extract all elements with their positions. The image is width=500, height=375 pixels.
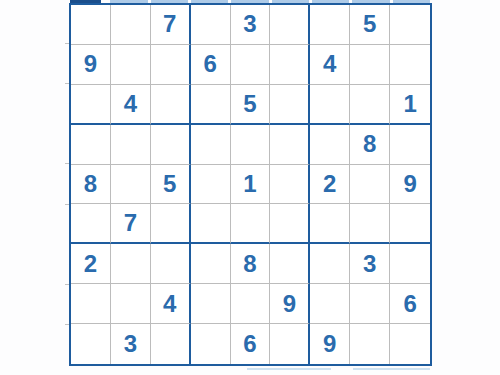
cell-r1c5[interactable]: 3 (231, 5, 271, 45)
cell-r1c3[interactable]: 7 (151, 5, 191, 45)
cell-r7c7[interactable] (310, 244, 350, 284)
cell-r9c5[interactable]: 6 (231, 324, 271, 364)
cell-r2c2[interactable] (111, 45, 151, 85)
cell-r8c1[interactable] (71, 284, 111, 324)
cell-r5c3[interactable]: 5 (151, 165, 191, 205)
cell-r1c7[interactable] (310, 5, 350, 45)
grid-line-tick (65, 83, 69, 84)
cell-r1c1[interactable] (71, 5, 111, 45)
cell-r3c1[interactable] (71, 85, 111, 125)
cell-r6c1[interactable] (71, 204, 111, 244)
cell-r1c8[interactable]: 5 (350, 5, 390, 45)
grid-line-tick (65, 163, 69, 164)
cell-r5c2[interactable] (111, 165, 151, 205)
cell-r2c9[interactable] (390, 45, 430, 85)
cell-r4c9[interactable] (390, 125, 430, 165)
cell-r5c7[interactable]: 2 (310, 165, 350, 205)
cell-r3c2[interactable]: 4 (111, 85, 151, 125)
cell-r7c1[interactable]: 2 (71, 244, 111, 284)
cell-r4c8[interactable]: 8 (350, 125, 390, 165)
cell-r9c3[interactable] (151, 324, 191, 364)
cell-r3c3[interactable] (151, 85, 191, 125)
cell-r4c2[interactable] (111, 125, 151, 165)
cell-r2c7[interactable]: 4 (310, 45, 350, 85)
cell-r7c5[interactable]: 8 (231, 244, 271, 284)
cell-r5c8[interactable] (350, 165, 390, 205)
cell-r8c2[interactable] (111, 284, 151, 324)
cell-r2c3[interactable] (151, 45, 191, 85)
cell-r8c8[interactable] (350, 284, 390, 324)
cell-r6c5[interactable] (231, 204, 271, 244)
cell-r8c5[interactable] (231, 284, 271, 324)
cell-r7c6[interactable] (270, 244, 310, 284)
cell-r6c6[interactable] (270, 204, 310, 244)
cell-r6c7[interactable] (310, 204, 350, 244)
cell-r6c2[interactable]: 7 (111, 204, 151, 244)
cell-r5c5[interactable]: 1 (231, 165, 271, 205)
cell-r9c7[interactable]: 9 (310, 324, 350, 364)
cell-r2c8[interactable] (350, 45, 390, 85)
cell-r8c7[interactable] (310, 284, 350, 324)
grid-line-tick (65, 324, 69, 325)
cutoff-highlight-right (353, 368, 430, 370)
cell-r6c9[interactable] (390, 204, 430, 244)
cell-r6c3[interactable] (151, 204, 191, 244)
cell-r7c4[interactable] (191, 244, 231, 284)
cell-r7c8[interactable]: 3 (350, 244, 390, 284)
cutoff-highlight-left (247, 368, 331, 370)
cell-r2c1[interactable]: 9 (71, 45, 111, 85)
cell-r8c4[interactable] (191, 284, 231, 324)
cell-r3c9[interactable]: 1 (390, 85, 430, 125)
cell-r9c9[interactable] (390, 324, 430, 364)
cell-r1c9[interactable] (390, 5, 430, 45)
sudoku-board: 7359644518851297283496369 (69, 3, 432, 366)
cell-r9c2[interactable]: 3 (111, 324, 151, 364)
cell-r9c1[interactable] (71, 324, 111, 364)
cell-r4c4[interactable] (191, 125, 231, 165)
cell-r5c6[interactable] (270, 165, 310, 205)
cell-r4c1[interactable] (71, 125, 111, 165)
cell-r5c1[interactable]: 8 (71, 165, 111, 205)
cell-r3c5[interactable]: 5 (231, 85, 271, 125)
cell-r8c9[interactable]: 6 (390, 284, 430, 324)
cell-r5c9[interactable]: 9 (390, 165, 430, 205)
cell-r2c4[interactable]: 6 (191, 45, 231, 85)
cell-r3c7[interactable] (310, 85, 350, 125)
cell-r8c6[interactable]: 9 (270, 284, 310, 324)
cell-r3c6[interactable] (270, 85, 310, 125)
cell-r4c7[interactable] (310, 125, 350, 165)
cell-r7c2[interactable] (111, 244, 151, 284)
grid-line-tick (65, 43, 69, 44)
sudoku-screenshot: 7359644518851297283496369 (0, 0, 500, 375)
cell-r8c3[interactable]: 4 (151, 284, 191, 324)
cell-r4c5[interactable] (231, 125, 271, 165)
cell-r4c3[interactable] (151, 125, 191, 165)
grid-line-tick (65, 284, 69, 285)
cell-r9c4[interactable] (191, 324, 231, 364)
cell-r2c5[interactable] (231, 45, 271, 85)
cell-r9c8[interactable] (350, 324, 390, 364)
cell-r1c4[interactable] (191, 5, 231, 45)
cell-r9c6[interactable] (270, 324, 310, 364)
cell-r6c4[interactable] (191, 204, 231, 244)
cell-r7c9[interactable] (390, 244, 430, 284)
grid-line-tick (65, 204, 69, 205)
cell-r7c3[interactable] (151, 244, 191, 284)
cell-r1c6[interactable] (270, 5, 310, 45)
cell-r4c6[interactable] (270, 125, 310, 165)
cell-r6c8[interactable] (350, 204, 390, 244)
cell-r5c4[interactable] (191, 165, 231, 205)
cell-r1c2[interactable] (111, 5, 151, 45)
cell-r3c4[interactable] (191, 85, 231, 125)
cell-r3c8[interactable] (350, 85, 390, 125)
cell-r2c6[interactable] (270, 45, 310, 85)
